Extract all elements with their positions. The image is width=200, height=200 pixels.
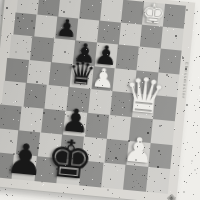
piece-black-king[interactable]: ♚ <box>44 131 95 187</box>
maker-logo-icon: ◈ <box>167 192 176 200</box>
photo-canvas: ♚♟♟♟♛♟♛♟♟♟♚ Chessmaster ◈ <box>0 0 200 200</box>
square-h8[interactable] <box>163 4 186 29</box>
square-g4[interactable]: ♛ <box>132 93 156 119</box>
square-a7[interactable] <box>13 12 36 37</box>
piece-white-pawn-1[interactable]: ♟ <box>90 64 116 92</box>
square-d1[interactable]: ♚ <box>57 159 82 186</box>
square-d8[interactable] <box>79 0 102 20</box>
board-brand-text: Chessmaster <box>181 62 190 99</box>
chess-board-frame: ♚♟♟♟♛♟♛♟♟♟♚ Chessmaster ◈ <box>0 0 195 200</box>
square-b4[interactable] <box>23 83 47 109</box>
piece-white-queen[interactable]: ♛ <box>121 69 168 121</box>
square-e5[interactable]: ♟ <box>91 66 115 91</box>
square-b5[interactable] <box>27 60 51 85</box>
square-a3[interactable] <box>0 104 22 130</box>
square-a5[interactable] <box>5 58 29 83</box>
square-g8[interactable]: ♚ <box>142 2 165 27</box>
piece-white-pawn-2[interactable]: ♟ <box>122 132 156 169</box>
square-b1[interactable]: ♟ <box>12 154 37 181</box>
square-b3[interactable] <box>19 106 43 132</box>
piece-black-pawn-5[interactable]: ♟ <box>4 137 46 182</box>
piece-white-king[interactable]: ♚ <box>140 0 167 27</box>
square-a4[interactable] <box>1 81 25 107</box>
square-b7[interactable] <box>34 14 57 39</box>
square-e8[interactable] <box>100 0 123 22</box>
square-f7[interactable] <box>118 22 141 47</box>
chess-board: ♚♟♟♟♛♟♛♟♟♟♚ <box>0 0 186 194</box>
square-a6[interactable] <box>9 35 33 60</box>
square-g2[interactable]: ♟ <box>126 141 150 167</box>
square-h7[interactable] <box>161 26 184 51</box>
square-b6[interactable] <box>30 37 54 62</box>
